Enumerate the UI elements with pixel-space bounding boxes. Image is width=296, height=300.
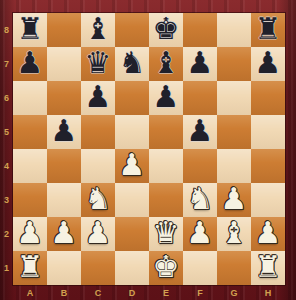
board: ♜♝♚♜♟♛♞♝♟♟♟♟♟♟♟♞♞♟♟♟♟♛♟♝♟♜♚♜ xyxy=(13,13,285,285)
piece-black-rook: ♜ xyxy=(17,13,44,46)
piece-white-pawn: ♟ xyxy=(17,217,44,250)
square-h8[interactable]: ♜ xyxy=(251,13,285,47)
square-f3[interactable]: ♞ xyxy=(183,183,217,217)
square-e2[interactable]: ♛ xyxy=(149,217,183,251)
piece-black-pawn: ♟ xyxy=(85,81,112,114)
file-label: G xyxy=(217,285,251,300)
file-label: C xyxy=(81,285,115,300)
square-e1[interactable]: ♚ xyxy=(149,251,183,285)
square-h5[interactable] xyxy=(251,115,285,149)
piece-black-pawn: ♟ xyxy=(153,81,180,114)
square-d1[interactable] xyxy=(115,251,149,285)
square-a2[interactable]: ♟ xyxy=(13,217,47,251)
piece-black-bishop: ♝ xyxy=(85,13,112,46)
square-e4[interactable] xyxy=(149,149,183,183)
piece-white-king: ♚ xyxy=(153,251,180,284)
square-c2[interactable]: ♟ xyxy=(81,217,115,251)
square-b8[interactable] xyxy=(47,13,81,47)
piece-white-knight: ♞ xyxy=(85,183,112,216)
square-f6[interactable] xyxy=(183,81,217,115)
piece-black-rook: ♜ xyxy=(255,13,282,46)
piece-white-rook: ♜ xyxy=(255,251,282,284)
piece-white-pawn: ♟ xyxy=(51,217,78,250)
square-h3[interactable] xyxy=(251,183,285,217)
piece-white-pawn: ♟ xyxy=(187,217,214,250)
square-f5[interactable]: ♟ xyxy=(183,115,217,149)
square-f2[interactable]: ♟ xyxy=(183,217,217,251)
square-e8[interactable]: ♚ xyxy=(149,13,183,47)
square-g7[interactable] xyxy=(217,47,251,81)
square-f4[interactable] xyxy=(183,149,217,183)
file-label: A xyxy=(13,285,47,300)
square-g2[interactable]: ♝ xyxy=(217,217,251,251)
square-g5[interactable] xyxy=(217,115,251,149)
piece-black-pawn: ♟ xyxy=(187,115,214,148)
square-g1[interactable] xyxy=(217,251,251,285)
square-a7[interactable]: ♟ xyxy=(13,47,47,81)
square-e7[interactable]: ♝ xyxy=(149,47,183,81)
piece-black-pawn: ♟ xyxy=(51,115,78,148)
rank-label: 6 xyxy=(0,81,13,115)
rank-label: 4 xyxy=(0,149,13,183)
square-a5[interactable] xyxy=(13,115,47,149)
square-a1[interactable]: ♜ xyxy=(13,251,47,285)
square-a4[interactable] xyxy=(13,149,47,183)
file-label: D xyxy=(115,285,149,300)
piece-white-pawn: ♟ xyxy=(119,149,146,182)
square-d2[interactable] xyxy=(115,217,149,251)
piece-black-pawn: ♟ xyxy=(255,47,282,80)
square-d6[interactable] xyxy=(115,81,149,115)
square-c6[interactable]: ♟ xyxy=(81,81,115,115)
chess-board-frame: 8 7 6 5 4 3 2 1 ♜♝♚♜♟♛♞♝♟♟♟♟♟♟♟♞♞♟♟♟♟♛♟♝… xyxy=(0,0,296,300)
rank-label: 7 xyxy=(0,47,13,81)
square-c8[interactable]: ♝ xyxy=(81,13,115,47)
piece-white-pawn: ♟ xyxy=(255,217,282,250)
piece-black-king: ♚ xyxy=(153,13,180,46)
square-b6[interactable] xyxy=(47,81,81,115)
square-h7[interactable]: ♟ xyxy=(251,47,285,81)
square-b3[interactable] xyxy=(47,183,81,217)
rank-label: 2 xyxy=(0,217,13,251)
square-b2[interactable]: ♟ xyxy=(47,217,81,251)
square-h6[interactable] xyxy=(251,81,285,115)
square-c7[interactable]: ♛ xyxy=(81,47,115,81)
piece-white-knight: ♞ xyxy=(187,183,214,216)
square-g6[interactable] xyxy=(217,81,251,115)
file-label: H xyxy=(251,285,285,300)
square-c4[interactable] xyxy=(81,149,115,183)
square-e6[interactable]: ♟ xyxy=(149,81,183,115)
file-labels: A B C D E F G H xyxy=(13,285,285,300)
piece-white-rook: ♜ xyxy=(17,251,44,284)
rank-label: 5 xyxy=(0,115,13,149)
square-a6[interactable] xyxy=(13,81,47,115)
rank-label: 8 xyxy=(0,13,13,47)
square-b4[interactable] xyxy=(47,149,81,183)
square-g8[interactable] xyxy=(217,13,251,47)
piece-black-queen: ♛ xyxy=(85,47,112,80)
square-a8[interactable]: ♜ xyxy=(13,13,47,47)
square-f7[interactable]: ♟ xyxy=(183,47,217,81)
square-e3[interactable] xyxy=(149,183,183,217)
rank-label: 3 xyxy=(0,183,13,217)
square-h2[interactable]: ♟ xyxy=(251,217,285,251)
piece-black-pawn: ♟ xyxy=(17,47,44,80)
piece-white-pawn: ♟ xyxy=(85,217,112,250)
piece-black-knight: ♞ xyxy=(119,47,146,80)
square-b7[interactable] xyxy=(47,47,81,81)
square-h1[interactable]: ♜ xyxy=(251,251,285,285)
piece-white-bishop: ♝ xyxy=(221,217,248,250)
square-f1[interactable] xyxy=(183,251,217,285)
square-e5[interactable] xyxy=(149,115,183,149)
file-label: B xyxy=(47,285,81,300)
square-c3[interactable]: ♞ xyxy=(81,183,115,217)
square-b1[interactable] xyxy=(47,251,81,285)
square-d8[interactable] xyxy=(115,13,149,47)
square-b5[interactable]: ♟ xyxy=(47,115,81,149)
square-g4[interactable] xyxy=(217,149,251,183)
square-c1[interactable] xyxy=(81,251,115,285)
piece-white-pawn: ♟ xyxy=(221,183,248,216)
file-label: F xyxy=(183,285,217,300)
square-h4[interactable] xyxy=(251,149,285,183)
file-label: E xyxy=(149,285,183,300)
piece-white-queen: ♛ xyxy=(153,217,180,250)
square-f8[interactable] xyxy=(183,13,217,47)
square-d4[interactable]: ♟ xyxy=(115,149,149,183)
rank-labels: 8 7 6 5 4 3 2 1 xyxy=(0,13,13,285)
square-g3[interactable]: ♟ xyxy=(217,183,251,217)
square-d5[interactable] xyxy=(115,115,149,149)
square-c5[interactable] xyxy=(81,115,115,149)
piece-black-bishop: ♝ xyxy=(153,47,180,80)
square-a3[interactable] xyxy=(13,183,47,217)
square-d7[interactable]: ♞ xyxy=(115,47,149,81)
rank-label: 1 xyxy=(0,251,13,285)
square-d3[interactable] xyxy=(115,183,149,217)
piece-black-pawn: ♟ xyxy=(187,47,214,80)
